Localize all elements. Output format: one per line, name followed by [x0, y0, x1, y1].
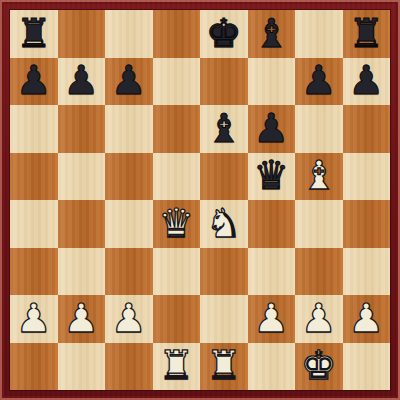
square-h1[interactable]	[343, 343, 391, 391]
piece-white-rook: ♜	[200, 342, 248, 390]
piece-white-rook: ♜	[153, 342, 201, 390]
piece-black-pawn: ♟	[58, 57, 106, 105]
square-g2[interactable]: ♟	[295, 295, 343, 343]
square-h7[interactable]: ♟	[343, 58, 391, 106]
square-a6[interactable]	[10, 105, 58, 153]
piece-white-pawn: ♟	[343, 294, 391, 342]
square-c3[interactable]	[105, 248, 153, 296]
square-d8[interactable]	[153, 10, 201, 58]
square-d2[interactable]	[153, 295, 201, 343]
piece-black-rook: ♜	[343, 9, 391, 57]
piece-white-pawn: ♟	[295, 294, 343, 342]
chess-board: ♜♚♝♜♟♟♟♟♟♝♟♛♝♛♞♟♟♟♟♟♟♜♜♚	[10, 10, 390, 390]
piece-white-pawn: ♟	[10, 294, 58, 342]
piece-black-pawn: ♟	[10, 57, 58, 105]
square-c4[interactable]	[105, 200, 153, 248]
square-f4[interactable]	[248, 200, 296, 248]
square-b8[interactable]	[58, 10, 106, 58]
square-d6[interactable]	[153, 105, 201, 153]
square-c5[interactable]	[105, 153, 153, 201]
square-a7[interactable]: ♟	[10, 58, 58, 106]
square-f3[interactable]	[248, 248, 296, 296]
square-d3[interactable]	[153, 248, 201, 296]
square-d5[interactable]	[153, 153, 201, 201]
square-h3[interactable]	[343, 248, 391, 296]
piece-white-bishop: ♝	[295, 152, 343, 200]
square-a2[interactable]: ♟	[10, 295, 58, 343]
square-b3[interactable]	[58, 248, 106, 296]
square-h5[interactable]	[343, 153, 391, 201]
piece-white-queen: ♛	[153, 199, 201, 247]
piece-black-pawn: ♟	[105, 57, 153, 105]
square-c1[interactable]	[105, 343, 153, 391]
square-b4[interactable]	[58, 200, 106, 248]
square-e2[interactable]	[200, 295, 248, 343]
piece-black-bishop: ♝	[248, 9, 296, 57]
piece-black-queen: ♛	[248, 152, 296, 200]
square-h2[interactable]: ♟	[343, 295, 391, 343]
piece-white-pawn: ♟	[58, 294, 106, 342]
piece-black-bishop: ♝	[200, 104, 248, 152]
square-a5[interactable]	[10, 153, 58, 201]
square-a3[interactable]	[10, 248, 58, 296]
square-b2[interactable]: ♟	[58, 295, 106, 343]
square-a8[interactable]: ♜	[10, 10, 58, 58]
board-frame: ♜♚♝♜♟♟♟♟♟♝♟♛♝♛♞♟♟♟♟♟♟♜♜♚	[0, 0, 400, 400]
piece-white-knight: ♞	[200, 199, 248, 247]
square-f8[interactable]: ♝	[248, 10, 296, 58]
square-e5[interactable]	[200, 153, 248, 201]
square-g1[interactable]: ♚	[295, 343, 343, 391]
square-f5[interactable]: ♛	[248, 153, 296, 201]
square-h8[interactable]: ♜	[343, 10, 391, 58]
square-g4[interactable]	[295, 200, 343, 248]
square-g6[interactable]	[295, 105, 343, 153]
square-e8[interactable]: ♚	[200, 10, 248, 58]
square-f6[interactable]: ♟	[248, 105, 296, 153]
piece-white-pawn: ♟	[105, 294, 153, 342]
square-e4[interactable]: ♞	[200, 200, 248, 248]
square-h4[interactable]	[343, 200, 391, 248]
square-g5[interactable]: ♝	[295, 153, 343, 201]
square-g7[interactable]: ♟	[295, 58, 343, 106]
square-d1[interactable]: ♜	[153, 343, 201, 391]
square-e6[interactable]: ♝	[200, 105, 248, 153]
square-b1[interactable]	[58, 343, 106, 391]
square-b6[interactable]	[58, 105, 106, 153]
square-c7[interactable]: ♟	[105, 58, 153, 106]
square-a1[interactable]	[10, 343, 58, 391]
square-c2[interactable]: ♟	[105, 295, 153, 343]
square-a4[interactable]	[10, 200, 58, 248]
square-e7[interactable]	[200, 58, 248, 106]
square-d4[interactable]: ♛	[153, 200, 201, 248]
square-f7[interactable]	[248, 58, 296, 106]
square-e1[interactable]: ♜	[200, 343, 248, 391]
square-c6[interactable]	[105, 105, 153, 153]
piece-white-king: ♚	[295, 342, 343, 390]
square-h6[interactable]	[343, 105, 391, 153]
square-f2[interactable]: ♟	[248, 295, 296, 343]
piece-black-rook: ♜	[10, 9, 58, 57]
piece-black-pawn: ♟	[295, 57, 343, 105]
square-b7[interactable]: ♟	[58, 58, 106, 106]
piece-white-pawn: ♟	[248, 294, 296, 342]
square-b5[interactable]	[58, 153, 106, 201]
square-e3[interactable]	[200, 248, 248, 296]
square-d7[interactable]	[153, 58, 201, 106]
piece-black-pawn: ♟	[248, 104, 296, 152]
square-f1[interactable]	[248, 343, 296, 391]
square-g8[interactable]	[295, 10, 343, 58]
piece-black-pawn: ♟	[343, 57, 391, 105]
piece-black-king: ♚	[200, 9, 248, 57]
square-c8[interactable]	[105, 10, 153, 58]
square-g3[interactable]	[295, 248, 343, 296]
